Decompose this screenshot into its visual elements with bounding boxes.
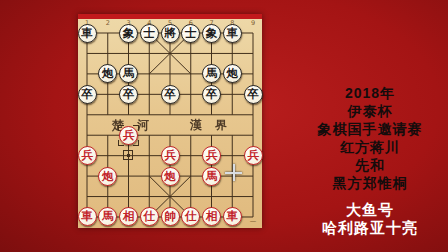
- piece-red-炮[interactable]: 炮: [98, 167, 117, 186]
- piece-red-兵[interactable]: 兵: [78, 146, 97, 165]
- screenshot-stage: 123456789九八七六五四三二一 楚河 漢界 車象士將士象車炮馬馬炮卒卒卒卒…: [0, 0, 448, 252]
- piece-black-炮[interactable]: 炮: [223, 64, 242, 83]
- piece-black-象[interactable]: 象: [202, 24, 221, 43]
- caption-result: 先和: [292, 156, 448, 174]
- caption-red-player: 红方蒋川: [292, 138, 448, 156]
- crosshair-cursor-icon: [225, 164, 242, 181]
- piece-black-士[interactable]: 士: [140, 24, 159, 43]
- caption-cup: 伊泰杯: [292, 102, 448, 120]
- bottom-file-label: 一: [250, 219, 257, 226]
- piece-black-卒[interactable]: 卒: [161, 85, 180, 104]
- caption-year: 2018年: [292, 84, 448, 102]
- piece-black-將[interactable]: 將: [161, 24, 180, 43]
- piece-red-兵[interactable]: 兵: [119, 126, 138, 145]
- top-file-label: 9: [251, 20, 255, 27]
- piece-red-炮[interactable]: 炮: [161, 167, 180, 186]
- xiangqi-board[interactable]: 123456789九八七六五四三二一 楚河 漢界 車象士將士象車炮馬馬炮卒卒卒卒…: [78, 14, 262, 228]
- piece-red-馬[interactable]: 馬: [202, 167, 221, 186]
- caption-panel: 2018年 伊泰杯 象棋国手邀请赛 红方蒋川 先和 黑方郑惟桐 大鱼号 哈利路亚…: [292, 84, 448, 237]
- caption-channel: 大鱼号: [292, 201, 448, 219]
- caption-event: 象棋国手邀请赛: [292, 120, 448, 138]
- piece-black-卒[interactable]: 卒: [244, 85, 263, 104]
- river-label-right: 漢界: [190, 119, 240, 131]
- caption-author: 哈利路亚十亮: [292, 219, 448, 237]
- piece-black-卒[interactable]: 卒: [202, 85, 221, 104]
- piece-black-車[interactable]: 車: [78, 24, 97, 43]
- piece-red-車[interactable]: 車: [78, 207, 97, 226]
- top-file-label: 2: [106, 20, 110, 27]
- piece-black-卒[interactable]: 卒: [78, 85, 97, 104]
- piece-black-車[interactable]: 車: [223, 24, 242, 43]
- piece-red-兵[interactable]: 兵: [244, 146, 263, 165]
- last-move-origin-marker: [123, 150, 133, 160]
- piece-black-士[interactable]: 士: [181, 24, 200, 43]
- caption-black-player: 黑方郑惟桐: [292, 174, 448, 192]
- piece-black-象[interactable]: 象: [119, 24, 138, 43]
- piece-red-兵[interactable]: 兵: [161, 146, 180, 165]
- piece-black-卒[interactable]: 卒: [119, 85, 138, 104]
- piece-red-帥[interactable]: 帥: [161, 207, 180, 226]
